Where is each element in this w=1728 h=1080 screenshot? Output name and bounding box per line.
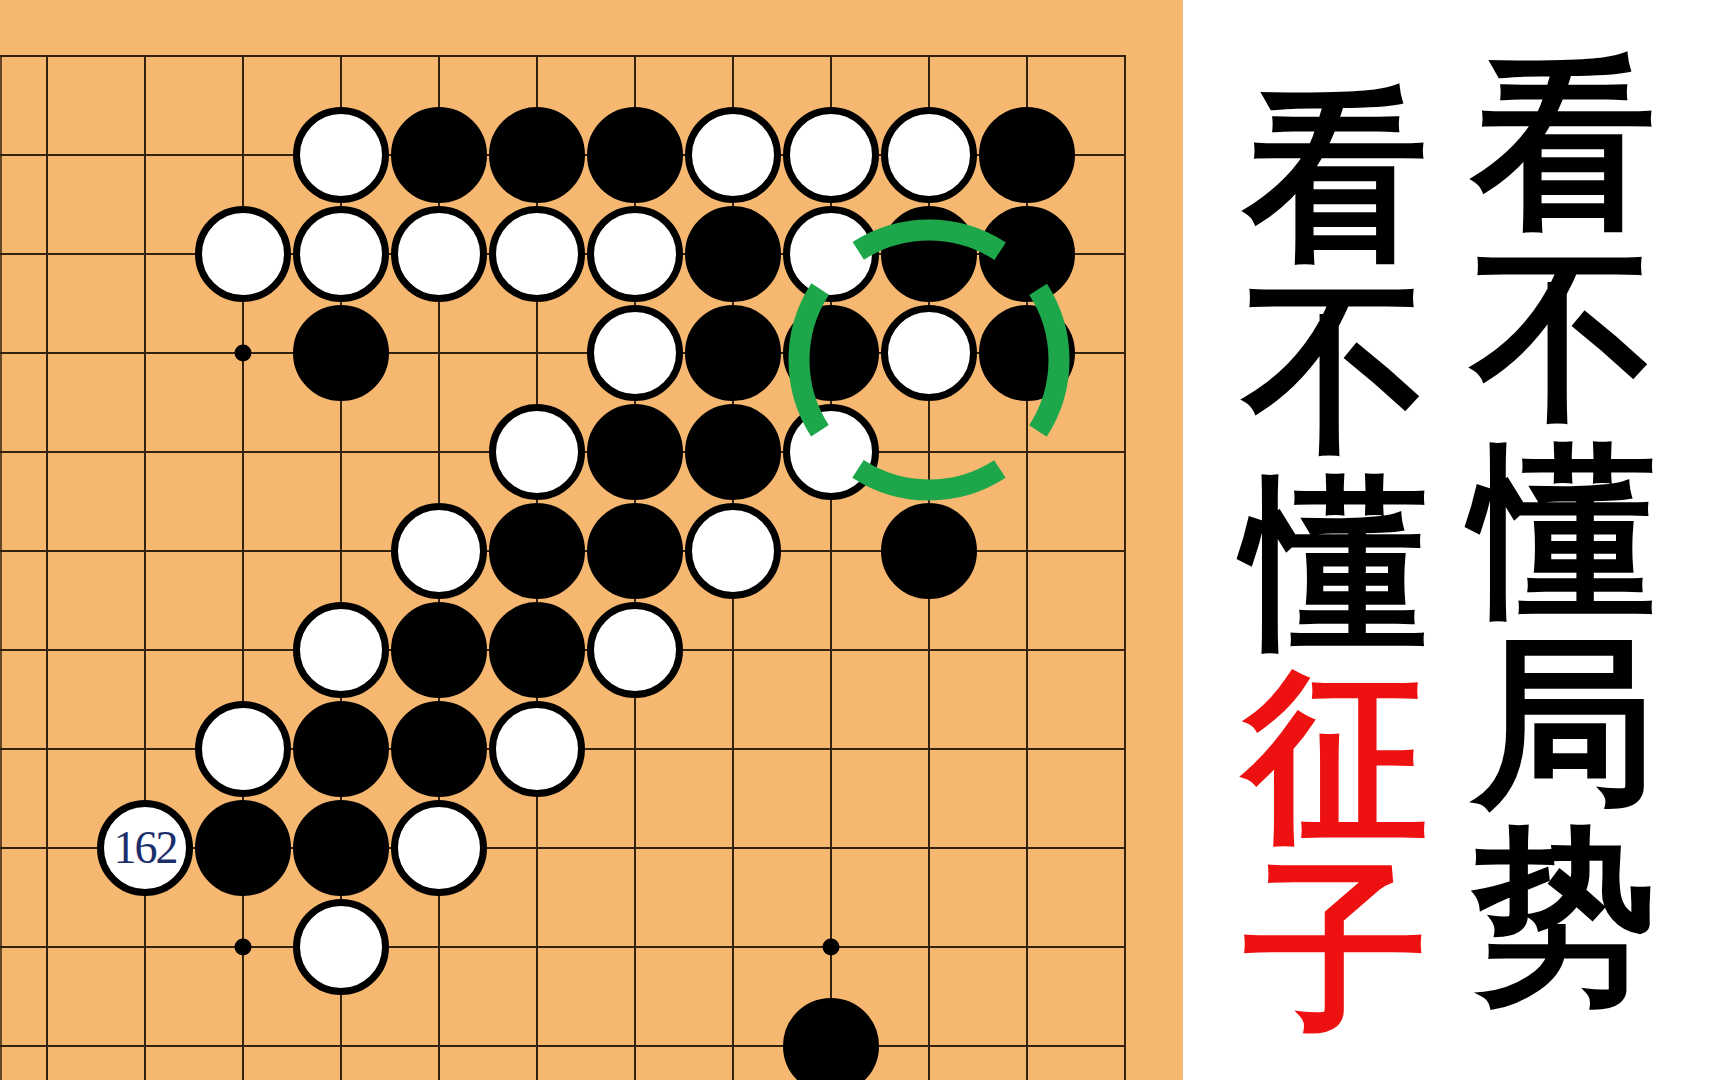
- caption-char: 征: [1238, 659, 1434, 852]
- stone-black[interactable]: [489, 107, 585, 203]
- stone-white[interactable]: [293, 899, 389, 995]
- stone-black[interactable]: [293, 800, 389, 896]
- stone-white[interactable]: [881, 107, 977, 203]
- stone-black[interactable]: [293, 305, 389, 401]
- stone-black[interactable]: [685, 305, 781, 401]
- stone-black[interactable]: [489, 503, 585, 599]
- stones-layer: 162: [0, 0, 1183, 1080]
- caption-char: 不: [1466, 241, 1662, 434]
- stone-white[interactable]: [783, 107, 879, 203]
- stone-white[interactable]: [293, 107, 389, 203]
- caption-panel: 看不懂征子 看不懂局势: [1183, 0, 1728, 1080]
- stone-white[interactable]: [489, 206, 585, 302]
- stone-white[interactable]: [587, 206, 683, 302]
- stone-black[interactable]: [195, 800, 291, 896]
- go-board[interactable]: 162: [0, 0, 1183, 1080]
- stone-white[interactable]: [391, 206, 487, 302]
- stone-white[interactable]: [489, 404, 585, 500]
- stone-white-numbered[interactable]: 162: [97, 800, 193, 896]
- stone-white[interactable]: [685, 503, 781, 599]
- stone-black[interactable]: [587, 404, 683, 500]
- caption-column-left: 看不懂征子: [1238, 80, 1434, 1045]
- stone-black[interactable]: [881, 503, 977, 599]
- stone-black[interactable]: [391, 602, 487, 698]
- caption-column-right: 看不懂局势: [1466, 48, 1662, 1013]
- stone-white[interactable]: [391, 800, 487, 896]
- stone-white[interactable]: [685, 107, 781, 203]
- caption-char: 不: [1238, 273, 1434, 466]
- stone-black[interactable]: [881, 206, 977, 302]
- stone-black[interactable]: [979, 206, 1075, 302]
- stone-white[interactable]: [391, 503, 487, 599]
- caption-char: 懂: [1238, 466, 1434, 659]
- stone-white[interactable]: [293, 602, 389, 698]
- stone-white[interactable]: [293, 206, 389, 302]
- stone-black[interactable]: [685, 404, 781, 500]
- caption-char: 局: [1466, 627, 1662, 820]
- stone-black[interactable]: [489, 602, 585, 698]
- stone-white[interactable]: [881, 305, 977, 401]
- stone-white[interactable]: [783, 404, 879, 500]
- stone-black[interactable]: [391, 107, 487, 203]
- stone-black[interactable]: [979, 305, 1075, 401]
- stone-black[interactable]: [391, 701, 487, 797]
- stone-black[interactable]: [979, 107, 1075, 203]
- stone-black[interactable]: [783, 305, 879, 401]
- stone-white[interactable]: [195, 206, 291, 302]
- caption-char: 懂: [1466, 434, 1662, 627]
- stone-black[interactable]: [587, 107, 683, 203]
- stone-black[interactable]: [783, 998, 879, 1080]
- stone-white[interactable]: [587, 305, 683, 401]
- caption-char: 势: [1466, 820, 1662, 1013]
- stone-white[interactable]: [195, 701, 291, 797]
- stone-black[interactable]: [293, 701, 389, 797]
- stone-black[interactable]: [685, 206, 781, 302]
- move-number-label: 162: [114, 825, 177, 871]
- stone-white[interactable]: [489, 701, 585, 797]
- stone-white[interactable]: [587, 602, 683, 698]
- caption-char: 看: [1238, 80, 1434, 273]
- stone-white[interactable]: [783, 206, 879, 302]
- page: 162 看不懂征子 看不懂局势: [0, 0, 1728, 1080]
- stone-black[interactable]: [587, 503, 683, 599]
- caption-char: 看: [1466, 48, 1662, 241]
- caption-char: 子: [1238, 852, 1434, 1045]
